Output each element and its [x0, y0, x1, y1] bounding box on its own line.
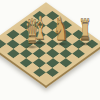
- pieces-layer: ♛♝♞♜: [0, 0, 100, 100]
- white-knight-piece: ♞: [53, 13, 69, 45]
- white-bishop-piece: ♝: [33, 12, 47, 44]
- chessboard-photo: ♛♝♞♜: [0, 0, 100, 100]
- white-rook-piece: ♜: [79, 16, 92, 45]
